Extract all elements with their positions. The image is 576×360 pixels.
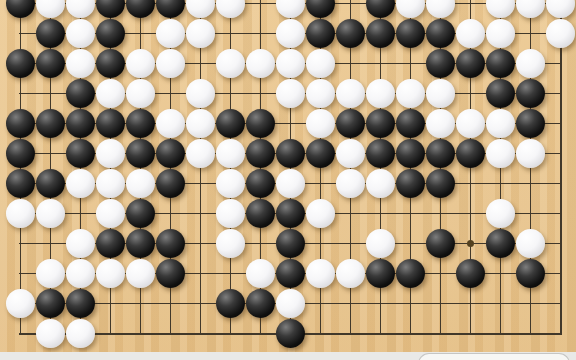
hidden-dialog-top-edge[interactable]: [418, 353, 570, 360]
black-stone[interactable]: [486, 79, 515, 108]
black-stone[interactable]: [426, 139, 455, 168]
white-stone[interactable]: [516, 0, 545, 18]
black-stone[interactable]: [36, 169, 65, 198]
black-stone[interactable]: [6, 169, 35, 198]
black-stone[interactable]: [426, 169, 455, 198]
black-stone[interactable]: [126, 199, 155, 228]
star-point: [467, 240, 474, 247]
white-stone[interactable]: [186, 79, 215, 108]
black-stone[interactable]: [276, 139, 305, 168]
white-stone[interactable]: [216, 229, 245, 258]
black-stone[interactable]: [246, 199, 275, 228]
black-stone[interactable]: [366, 139, 395, 168]
white-stone[interactable]: [306, 79, 335, 108]
black-stone[interactable]: [366, 109, 395, 138]
white-stone[interactable]: [246, 259, 275, 288]
white-stone[interactable]: [126, 259, 155, 288]
black-stone[interactable]: [276, 199, 305, 228]
white-stone[interactable]: [126, 169, 155, 198]
black-stone[interactable]: [426, 49, 455, 78]
white-stone[interactable]: [66, 259, 95, 288]
white-stone[interactable]: [66, 319, 95, 348]
white-stone[interactable]: [516, 49, 545, 78]
black-stone[interactable]: [6, 49, 35, 78]
white-stone[interactable]: [186, 139, 215, 168]
grid-line-vertical: [200, 0, 201, 335]
white-stone[interactable]: [96, 199, 125, 228]
white-stone[interactable]: [216, 139, 245, 168]
black-stone[interactable]: [36, 289, 65, 318]
white-stone[interactable]: [336, 139, 365, 168]
white-stone[interactable]: [276, 0, 305, 18]
white-stone[interactable]: [276, 289, 305, 318]
white-stone[interactable]: [426, 0, 455, 18]
black-stone[interactable]: [426, 19, 455, 48]
white-stone[interactable]: [186, 0, 215, 18]
white-stone[interactable]: [276, 169, 305, 198]
white-stone[interactable]: [486, 199, 515, 228]
black-stone[interactable]: [366, 259, 395, 288]
black-stone[interactable]: [66, 289, 95, 318]
white-stone[interactable]: [66, 169, 95, 198]
black-stone[interactable]: [486, 49, 515, 78]
white-stone[interactable]: [516, 229, 545, 258]
black-stone[interactable]: [396, 139, 425, 168]
white-stone[interactable]: [216, 49, 245, 78]
white-stone[interactable]: [486, 109, 515, 138]
white-stone[interactable]: [366, 169, 395, 198]
black-stone[interactable]: [366, 19, 395, 48]
white-stone[interactable]: [306, 109, 335, 138]
white-stone[interactable]: [36, 199, 65, 228]
white-stone[interactable]: [96, 169, 125, 198]
black-stone[interactable]: [126, 0, 155, 18]
white-stone[interactable]: [36, 319, 65, 348]
white-stone[interactable]: [216, 169, 245, 198]
black-stone[interactable]: [156, 169, 185, 198]
black-stone[interactable]: [276, 319, 305, 348]
white-stone[interactable]: [276, 79, 305, 108]
black-stone[interactable]: [366, 0, 395, 18]
black-stone[interactable]: [216, 289, 245, 318]
white-stone[interactable]: [96, 139, 125, 168]
black-stone[interactable]: [396, 169, 425, 198]
black-stone[interactable]: [306, 0, 335, 18]
white-stone[interactable]: [486, 0, 515, 18]
white-stone[interactable]: [66, 0, 95, 18]
white-stone[interactable]: [426, 79, 455, 108]
white-stone[interactable]: [306, 49, 335, 78]
go-app-screen: [0, 0, 576, 360]
white-stone[interactable]: [156, 49, 185, 78]
white-stone[interactable]: [36, 259, 65, 288]
black-stone[interactable]: [96, 109, 125, 138]
black-stone[interactable]: [156, 0, 185, 18]
white-stone[interactable]: [156, 19, 185, 48]
black-stone[interactable]: [66, 109, 95, 138]
white-stone[interactable]: [66, 229, 95, 258]
white-stone[interactable]: [156, 109, 185, 138]
white-stone[interactable]: [276, 19, 305, 48]
black-stone[interactable]: [96, 0, 125, 18]
black-stone[interactable]: [126, 109, 155, 138]
black-stone[interactable]: [6, 0, 35, 18]
black-stone[interactable]: [216, 109, 245, 138]
white-stone[interactable]: [186, 19, 215, 48]
white-stone[interactable]: [306, 199, 335, 228]
white-stone[interactable]: [66, 19, 95, 48]
white-stone[interactable]: [396, 79, 425, 108]
white-stone[interactable]: [306, 259, 335, 288]
black-stone[interactable]: [126, 139, 155, 168]
white-stone[interactable]: [456, 19, 485, 48]
white-stone[interactable]: [456, 109, 485, 138]
black-stone[interactable]: [156, 259, 185, 288]
white-stone[interactable]: [96, 259, 125, 288]
white-stone[interactable]: [486, 19, 515, 48]
black-stone[interactable]: [276, 259, 305, 288]
black-stone[interactable]: [36, 49, 65, 78]
black-stone[interactable]: [396, 19, 425, 48]
black-stone[interactable]: [36, 19, 65, 48]
black-stone[interactable]: [396, 109, 425, 138]
white-stone[interactable]: [276, 49, 305, 78]
white-stone[interactable]: [36, 0, 65, 18]
white-stone[interactable]: [546, 19, 575, 48]
black-stone[interactable]: [306, 139, 335, 168]
go-board[interactable]: [0, 0, 576, 352]
black-stone[interactable]: [156, 139, 185, 168]
black-stone[interactable]: [516, 109, 545, 138]
white-stone[interactable]: [66, 49, 95, 78]
black-stone[interactable]: [336, 19, 365, 48]
white-stone[interactable]: [516, 139, 545, 168]
black-stone[interactable]: [246, 109, 275, 138]
white-stone[interactable]: [366, 229, 395, 258]
white-stone[interactable]: [216, 0, 245, 18]
black-stone[interactable]: [456, 49, 485, 78]
white-stone[interactable]: [96, 79, 125, 108]
white-stone[interactable]: [6, 199, 35, 228]
black-stone[interactable]: [396, 259, 425, 288]
white-stone[interactable]: [186, 109, 215, 138]
white-stone[interactable]: [336, 259, 365, 288]
black-stone[interactable]: [456, 139, 485, 168]
black-stone[interactable]: [246, 289, 275, 318]
black-stone[interactable]: [96, 229, 125, 258]
white-stone[interactable]: [216, 199, 245, 228]
white-stone[interactable]: [126, 79, 155, 108]
white-stone[interactable]: [336, 79, 365, 108]
black-stone[interactable]: [96, 19, 125, 48]
black-stone[interactable]: [486, 229, 515, 258]
white-stone[interactable]: [396, 0, 425, 18]
white-stone[interactable]: [246, 49, 275, 78]
black-stone[interactable]: [426, 229, 455, 258]
black-stone[interactable]: [276, 229, 305, 258]
black-stone[interactable]: [96, 49, 125, 78]
black-stone[interactable]: [66, 139, 95, 168]
grid-line-vertical: [560, 0, 562, 335]
black-stone[interactable]: [456, 259, 485, 288]
white-stone[interactable]: [426, 109, 455, 138]
black-stone[interactable]: [516, 79, 545, 108]
white-stone[interactable]: [366, 79, 395, 108]
white-stone[interactable]: [6, 289, 35, 318]
black-stone[interactable]: [306, 19, 335, 48]
black-stone[interactable]: [516, 259, 545, 288]
white-stone[interactable]: [126, 49, 155, 78]
black-stone[interactable]: [36, 109, 65, 138]
black-stone[interactable]: [336, 109, 365, 138]
black-stone[interactable]: [156, 229, 185, 258]
white-stone[interactable]: [336, 169, 365, 198]
white-stone[interactable]: [486, 139, 515, 168]
white-stone[interactable]: [546, 0, 575, 18]
black-stone[interactable]: [66, 79, 95, 108]
black-stone[interactable]: [246, 169, 275, 198]
black-stone[interactable]: [6, 109, 35, 138]
black-stone[interactable]: [126, 229, 155, 258]
black-stone[interactable]: [6, 139, 35, 168]
black-stone[interactable]: [246, 139, 275, 168]
